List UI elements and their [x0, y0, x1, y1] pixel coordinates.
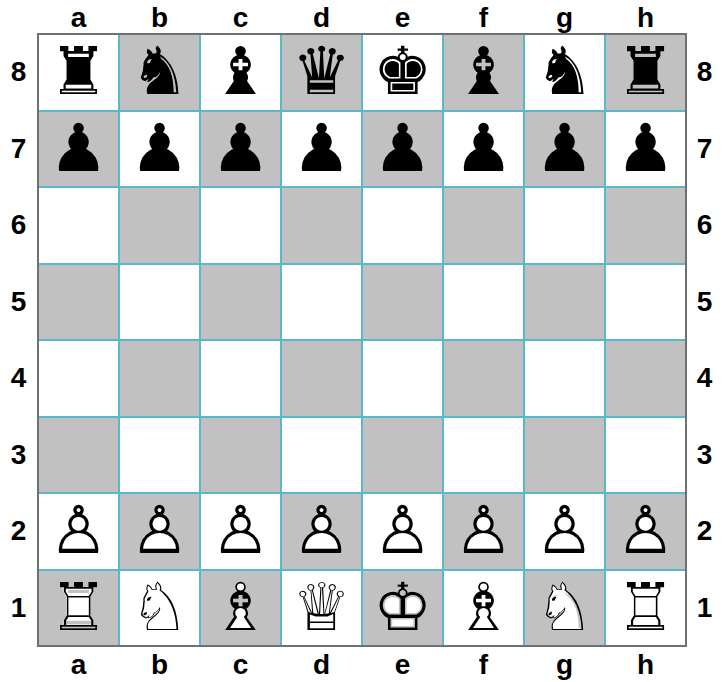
- file-label-bottom-h: h: [606, 647, 685, 682]
- square-f7[interactable]: ♟: [444, 112, 523, 187]
- piece-black-pawn[interactable]: ♟: [616, 112, 675, 186]
- square-e5[interactable]: [363, 265, 442, 340]
- piece-black-pawn[interactable]: ♟: [292, 112, 351, 186]
- file-label-top-a: a: [39, 0, 118, 33]
- rank-label-left-4: 4: [0, 341, 37, 416]
- piece-glyph: ♙: [49, 494, 108, 569]
- square-f3[interactable]: [444, 418, 523, 493]
- piece-white-pawn[interactable]: ♟♙: [211, 494, 270, 568]
- rank-label-left-7: 7: [0, 112, 37, 187]
- piece-glyph: ♟: [616, 112, 675, 187]
- square-a6[interactable]: [39, 188, 118, 263]
- board-layout: abcdefgh 87654321 ♜♞♝♛♚♝♞♜♟♟♟♟♟♟♟♟♟♙♟♙♟♙…: [0, 0, 722, 682]
- chess-board: ♜♞♝♛♚♝♞♜♟♟♟♟♟♟♟♟♟♙♟♙♟♙♟♙♟♙♟♙♟♙♟♙♜♖♞♘♝♗♛♕…: [37, 33, 687, 647]
- file-label-bottom-f: f: [444, 647, 523, 682]
- square-a3[interactable]: [39, 418, 118, 493]
- file-label-top-d: d: [282, 0, 361, 33]
- square-a7[interactable]: ♟: [39, 112, 118, 187]
- piece-white-knight[interactable]: ♞♘: [535, 571, 594, 645]
- square-h2[interactable]: ♟♙: [606, 494, 685, 569]
- piece-glyph: ♟: [535, 112, 594, 187]
- piece-black-rook[interactable]: ♜: [616, 35, 675, 109]
- square-d3[interactable]: [282, 418, 361, 493]
- square-b5[interactable]: [120, 265, 199, 340]
- square-a2[interactable]: ♟♙: [39, 494, 118, 569]
- file-label-top-g: g: [525, 0, 604, 33]
- square-e3[interactable]: [363, 418, 442, 493]
- square-e1[interactable]: ♚♔: [363, 571, 442, 646]
- piece-glyph: ♞: [130, 35, 189, 110]
- piece-glyph: ♘: [130, 571, 189, 646]
- piece-white-king[interactable]: ♚♔: [373, 571, 432, 645]
- file-label-bottom-a: a: [39, 647, 118, 682]
- square-d7[interactable]: ♟: [282, 112, 361, 187]
- square-d6[interactable]: [282, 188, 361, 263]
- square-h3[interactable]: [606, 418, 685, 493]
- square-b8[interactable]: ♞: [120, 35, 199, 110]
- square-f2[interactable]: ♟♙: [444, 494, 523, 569]
- square-g6[interactable]: [525, 188, 604, 263]
- square-h7[interactable]: ♟: [606, 112, 685, 187]
- piece-glyph: ♙: [373, 494, 432, 569]
- rank-label-right-2: 2: [687, 494, 722, 569]
- piece-black-pawn[interactable]: ♟: [130, 112, 189, 186]
- piece-white-pawn[interactable]: ♟♙: [292, 494, 351, 568]
- piece-glyph: ♙: [616, 494, 675, 569]
- piece-white-pawn[interactable]: ♟♙: [373, 494, 432, 568]
- piece-white-knight[interactable]: ♞♘: [130, 571, 189, 645]
- piece-glyph: ♟: [373, 112, 432, 187]
- square-g8[interactable]: ♞: [525, 35, 604, 110]
- piece-white-bishop[interactable]: ♝♗: [454, 571, 513, 645]
- square-b4[interactable]: [120, 341, 199, 416]
- square-f5[interactable]: [444, 265, 523, 340]
- piece-glyph: ♗: [211, 571, 270, 646]
- piece-glyph: ♙: [130, 494, 189, 569]
- piece-black-bishop[interactable]: ♝: [454, 35, 513, 109]
- piece-glyph: ♜: [49, 35, 108, 110]
- rank-label-right-3: 3: [687, 418, 722, 493]
- square-c4[interactable]: [201, 341, 280, 416]
- rank-label-right-5: 5: [687, 265, 722, 340]
- rank-labels-right: 87654321: [687, 33, 722, 647]
- file-label-top-b: b: [120, 0, 199, 33]
- square-e8[interactable]: ♚: [363, 35, 442, 110]
- piece-glyph: ♟: [211, 112, 270, 187]
- piece-glyph: ♝: [211, 35, 270, 110]
- rank-label-left-1: 1: [0, 571, 37, 646]
- rank-label-left-3: 3: [0, 418, 37, 493]
- piece-white-pawn[interactable]: ♟♙: [49, 494, 108, 568]
- piece-glyph: ♟: [130, 112, 189, 187]
- piece-glyph: ♙: [454, 494, 513, 569]
- piece-black-knight[interactable]: ♞: [535, 35, 594, 109]
- square-b3[interactable]: [120, 418, 199, 493]
- piece-glyph: ♙: [535, 494, 594, 569]
- file-label-bottom-g: g: [525, 647, 604, 682]
- piece-glyph: ♙: [292, 494, 351, 569]
- square-a1[interactable]: ♜♖: [39, 571, 118, 646]
- square-g7[interactable]: ♟: [525, 112, 604, 187]
- rank-label-left-8: 8: [0, 35, 37, 110]
- piece-glyph: ♖: [49, 571, 108, 646]
- square-c3[interactable]: [201, 418, 280, 493]
- square-e6[interactable]: [363, 188, 442, 263]
- rank-label-right-1: 1: [687, 571, 722, 646]
- file-labels-bottom: abcdefgh: [37, 647, 687, 682]
- square-h5[interactable]: [606, 265, 685, 340]
- rank-label-left-5: 5: [0, 265, 37, 340]
- piece-glyph: ♜: [616, 35, 675, 110]
- file-label-bottom-d: d: [282, 647, 361, 682]
- square-g2[interactable]: ♟♙: [525, 494, 604, 569]
- square-d2[interactable]: ♟♙: [282, 494, 361, 569]
- square-g5[interactable]: [525, 265, 604, 340]
- square-b7[interactable]: ♟: [120, 112, 199, 187]
- rank-label-right-8: 8: [687, 35, 722, 110]
- file-label-bottom-b: b: [120, 647, 199, 682]
- square-f8[interactable]: ♝: [444, 35, 523, 110]
- square-c8[interactable]: ♝: [201, 35, 280, 110]
- square-a4[interactable]: [39, 341, 118, 416]
- piece-glyph: ♚: [373, 35, 432, 110]
- square-h6[interactable]: [606, 188, 685, 263]
- piece-glyph: ♟: [454, 112, 513, 187]
- square-a5[interactable]: [39, 265, 118, 340]
- piece-black-pawn[interactable]: ♟: [535, 112, 594, 186]
- square-f4[interactable]: [444, 341, 523, 416]
- square-g1[interactable]: ♞♘: [525, 571, 604, 646]
- piece-glyph: ♘: [535, 571, 594, 646]
- piece-glyph: ♟: [49, 112, 108, 187]
- piece-white-queen[interactable]: ♛♕: [292, 571, 351, 645]
- file-label-bottom-c: c: [201, 647, 280, 682]
- square-d1[interactable]: ♛♕: [282, 571, 361, 646]
- square-c7[interactable]: ♟: [201, 112, 280, 187]
- square-d4[interactable]: [282, 341, 361, 416]
- square-h1[interactable]: ♜♖: [606, 571, 685, 646]
- square-c6[interactable]: [201, 188, 280, 263]
- piece-white-bishop[interactable]: ♝♗: [211, 571, 270, 645]
- piece-black-knight[interactable]: ♞: [130, 35, 189, 109]
- square-d5[interactable]: [282, 265, 361, 340]
- piece-white-pawn[interactable]: ♟♙: [454, 494, 513, 568]
- piece-black-king[interactable]: ♚: [373, 35, 432, 109]
- file-label-bottom-e: e: [363, 647, 442, 682]
- piece-white-rook[interactable]: ♜♖: [49, 571, 108, 645]
- square-b1[interactable]: ♞♘: [120, 571, 199, 646]
- square-g4[interactable]: [525, 341, 604, 416]
- rank-label-right-4: 4: [687, 341, 722, 416]
- chess-diagram: abcdefgh 87654321 ♜♞♝♛♚♝♞♜♟♟♟♟♟♟♟♟♟♙♟♙♟♙…: [0, 0, 722, 682]
- piece-white-pawn[interactable]: ♟♙: [535, 494, 594, 568]
- square-g3[interactable]: [525, 418, 604, 493]
- piece-black-bishop[interactable]: ♝: [211, 35, 270, 109]
- square-e7[interactable]: ♟: [363, 112, 442, 187]
- piece-white-pawn[interactable]: ♟♙: [130, 494, 189, 568]
- rank-label-left-6: 6: [0, 188, 37, 263]
- piece-glyph: ♟: [292, 112, 351, 187]
- square-e4[interactable]: [363, 341, 442, 416]
- file-labels-top: abcdefgh: [37, 0, 687, 33]
- square-h4[interactable]: [606, 341, 685, 416]
- piece-glyph: ♔: [373, 571, 432, 646]
- rank-label-left-2: 2: [0, 494, 37, 569]
- file-label-top-h: h: [606, 0, 685, 33]
- square-c5[interactable]: [201, 265, 280, 340]
- piece-glyph: ♕: [292, 571, 351, 646]
- file-label-top-e: e: [363, 0, 442, 33]
- piece-glyph: ♖: [616, 571, 675, 646]
- square-b2[interactable]: ♟♙: [120, 494, 199, 569]
- file-label-top-c: c: [201, 0, 280, 33]
- rank-labels-left: 87654321: [0, 33, 37, 647]
- square-d8[interactable]: ♛: [282, 35, 361, 110]
- square-f1[interactable]: ♝♗: [444, 571, 523, 646]
- square-f6[interactable]: [444, 188, 523, 263]
- square-a8[interactable]: ♜: [39, 35, 118, 110]
- square-c2[interactable]: ♟♙: [201, 494, 280, 569]
- piece-black-pawn[interactable]: ♟: [373, 112, 432, 186]
- piece-black-pawn[interactable]: ♟: [49, 112, 108, 186]
- piece-black-pawn[interactable]: ♟: [211, 112, 270, 186]
- piece-glyph: ♗: [454, 571, 513, 646]
- piece-black-pawn[interactable]: ♟: [454, 112, 513, 186]
- piece-white-rook[interactable]: ♜♖: [616, 571, 675, 645]
- square-b6[interactable]: [120, 188, 199, 263]
- rank-label-right-7: 7: [687, 112, 722, 187]
- piece-glyph: ♛: [292, 35, 351, 110]
- piece-glyph: ♝: [454, 35, 513, 110]
- square-e2[interactable]: ♟♙: [363, 494, 442, 569]
- piece-black-rook[interactable]: ♜: [49, 35, 108, 109]
- piece-glyph: ♙: [211, 494, 270, 569]
- square-c1[interactable]: ♝♗: [201, 571, 280, 646]
- piece-white-pawn[interactable]: ♟♙: [616, 494, 675, 568]
- square-h8[interactable]: ♜: [606, 35, 685, 110]
- piece-glyph: ♞: [535, 35, 594, 110]
- rank-label-right-6: 6: [687, 188, 722, 263]
- piece-black-queen[interactable]: ♛: [292, 35, 351, 109]
- file-label-top-f: f: [444, 0, 523, 33]
